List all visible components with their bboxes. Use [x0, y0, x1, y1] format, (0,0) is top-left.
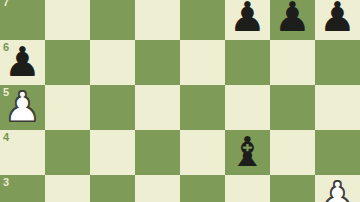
chess-board: 7♟♟♟6♟5♟4♝3♟ [0, 0, 360, 202]
black-pawn-h7[interactable]: ♟ [315, 0, 360, 40]
square-d5[interactable] [135, 85, 180, 130]
square-g5[interactable] [270, 85, 315, 130]
square-f3[interactable] [225, 175, 270, 202]
square-h4[interactable] [315, 130, 360, 175]
square-c6[interactable] [90, 40, 135, 85]
square-f7[interactable]: ♟ [225, 0, 270, 40]
chess-board-viewport: 7♟♟♟6♟5♟4♝3♟ [0, 0, 360, 202]
square-b3[interactable] [45, 175, 90, 202]
square-a4[interactable]: 4 [0, 130, 45, 175]
square-d7[interactable] [135, 0, 180, 40]
square-d6[interactable] [135, 40, 180, 85]
square-a6[interactable]: 6♟ [0, 40, 45, 85]
square-h3[interactable]: ♟ [315, 175, 360, 202]
square-h5[interactable] [315, 85, 360, 130]
square-f4[interactable]: ♝ [225, 130, 270, 175]
black-pawn-g7[interactable]: ♟ [270, 0, 315, 40]
square-c3[interactable] [90, 175, 135, 202]
square-c4[interactable] [90, 130, 135, 175]
square-a3[interactable]: 3 [0, 175, 45, 202]
square-b4[interactable] [45, 130, 90, 175]
square-c7[interactable] [90, 0, 135, 40]
square-b6[interactable] [45, 40, 90, 85]
square-f6[interactable] [225, 40, 270, 85]
square-g3[interactable] [270, 175, 315, 202]
square-a7[interactable]: 7 [0, 0, 45, 40]
square-e7[interactable] [180, 0, 225, 40]
square-g4[interactable] [270, 130, 315, 175]
square-h7[interactable]: ♟ [315, 0, 360, 40]
black-pawn-f7[interactable]: ♟ [225, 0, 270, 40]
square-f5[interactable] [225, 85, 270, 130]
square-d3[interactable] [135, 175, 180, 202]
black-pawn-a6[interactable]: ♟ [0, 40, 45, 85]
square-a5[interactable]: 5♟ [0, 85, 45, 130]
white-pawn-a5[interactable]: ♟ [0, 85, 45, 130]
square-g6[interactable] [270, 40, 315, 85]
white-pawn-h3[interactable]: ♟ [315, 175, 360, 202]
square-h6[interactable] [315, 40, 360, 85]
square-d4[interactable] [135, 130, 180, 175]
square-g7[interactable]: ♟ [270, 0, 315, 40]
square-e5[interactable] [180, 85, 225, 130]
square-e6[interactable] [180, 40, 225, 85]
rank-label-7: 7 [3, 0, 9, 8]
rank-label-3: 3 [3, 176, 9, 188]
square-c5[interactable] [90, 85, 135, 130]
square-e3[interactable] [180, 175, 225, 202]
square-b7[interactable] [45, 0, 90, 40]
rank-label-4: 4 [3, 131, 9, 143]
black-bishop-f4[interactable]: ♝ [225, 130, 270, 175]
square-b5[interactable] [45, 85, 90, 130]
square-e4[interactable] [180, 130, 225, 175]
